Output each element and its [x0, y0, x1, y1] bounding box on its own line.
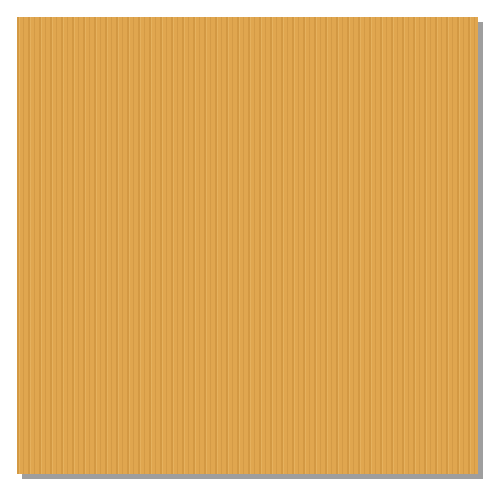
go-diagram — [0, 0, 500, 500]
goban[interactable] — [17, 17, 478, 474]
